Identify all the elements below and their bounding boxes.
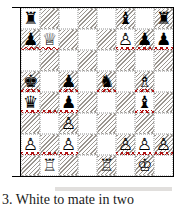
piece-white-rook: ♖: [99, 156, 114, 175]
scan-artifact: [55, 187, 172, 191]
square-g5: ♗: [135, 71, 154, 92]
square-g1: ♔: [135, 155, 154, 176]
square-f6: [116, 50, 135, 71]
piece-white-pawn: ♙: [61, 114, 76, 133]
square-h7: ♟: [154, 29, 173, 50]
piece-black-pawn: ♟: [23, 30, 38, 49]
square-f8: ♝: [116, 8, 135, 29]
square-h5: [154, 71, 173, 92]
square-a4: ♛: [21, 92, 40, 113]
square-f7: ♙: [116, 29, 135, 50]
square-e4: [97, 92, 116, 113]
square-c5: ♟: [59, 71, 78, 92]
piece-white-pawn: ♙: [156, 135, 171, 154]
piece-white-pawn: ♙: [118, 135, 133, 154]
piece-black-bishop: ♝: [137, 93, 152, 112]
square-g8: [135, 8, 154, 29]
square-b5: [40, 71, 59, 92]
piece-white-pawn: ♙: [118, 30, 133, 49]
square-d8: [78, 8, 97, 29]
piece-black-rook: ♜: [23, 9, 38, 28]
square-c8: [59, 8, 78, 29]
square-h4: [154, 92, 173, 113]
square-a5: ♚: [21, 71, 40, 92]
square-f1: [116, 155, 135, 176]
piece-white-pawn: ♙: [137, 135, 152, 154]
square-g3: [135, 113, 154, 134]
piece-black-rook: ♜: [156, 9, 171, 28]
square-g4: ♝: [135, 92, 154, 113]
square-b4: [40, 92, 59, 113]
square-e6: [97, 50, 116, 71]
square-b1: ♖: [40, 155, 59, 176]
square-f5: [116, 71, 135, 92]
piece-white-bishop: ♗: [137, 72, 152, 91]
square-d7: [78, 29, 97, 50]
piece-white-pawn: ♙: [61, 135, 76, 154]
piece-black-queen: ♛: [23, 93, 38, 112]
piece-black-knight: ♞: [99, 72, 114, 91]
square-e8: [97, 8, 116, 29]
square-e7: [97, 29, 116, 50]
square-a1: [21, 155, 40, 176]
puzzle-caption: 3. White to mate in two: [2, 192, 134, 208]
square-g6: [135, 50, 154, 71]
square-b2: [40, 134, 59, 155]
square-d5: [78, 71, 97, 92]
square-a7: ♟: [21, 29, 40, 50]
square-c2: ♙: [59, 134, 78, 155]
square-a2: ♙: [21, 134, 40, 155]
square-c6: [59, 50, 78, 71]
square-d1: [78, 155, 97, 176]
square-e3: [97, 113, 116, 134]
square-d6: [78, 50, 97, 71]
piece-black-bishop: ♝: [118, 9, 133, 28]
square-c1: [59, 155, 78, 176]
square-b8: [40, 8, 59, 29]
square-d2: [78, 134, 97, 155]
square-e2: [97, 134, 116, 155]
square-a6: [21, 50, 40, 71]
square-b6: [40, 50, 59, 71]
square-h6: [154, 50, 173, 71]
square-b3: [40, 113, 59, 134]
square-h3: [154, 113, 173, 134]
square-f3: [116, 113, 135, 134]
square-e5: ♞: [97, 71, 116, 92]
piece-black-pawn: ♟: [61, 72, 76, 91]
piece-black-pawn: ♟: [156, 30, 171, 49]
board: ♜♝♜♟♕♙♟♟♚♟♞♗♛♟♝♙♙♙♙♙♙♖♖♔: [21, 8, 173, 176]
square-h1: [154, 155, 173, 176]
square-g2: ♙: [135, 134, 154, 155]
piece-white-rook: ♖: [42, 156, 57, 175]
piece-white-pawn: ♙: [23, 135, 38, 154]
square-c3: ♙: [59, 113, 78, 134]
piece-black-pawn: ♟: [61, 93, 76, 112]
square-a8: ♜: [21, 8, 40, 29]
square-g7: ♟: [135, 29, 154, 50]
square-c7: [59, 29, 78, 50]
square-a3: [21, 113, 40, 134]
piece-white-king: ♔: [137, 156, 152, 175]
square-e1: ♖: [97, 155, 116, 176]
square-f4: [116, 92, 135, 113]
page: ♜♝♜♟♕♙♟♟♚♟♞♗♛♟♝♙♙♙♙♙♙♖♖♔ 3. White to mat…: [0, 0, 176, 216]
board-frame: ♜♝♜♟♕♙♟♟♚♟♞♗♛♟♝♙♙♙♙♙♙♖♖♔: [20, 7, 174, 177]
piece-white-queen: ♕: [42, 30, 57, 49]
piece-black-king: ♚: [23, 72, 38, 91]
square-h2: ♙: [154, 134, 173, 155]
square-d3: [78, 113, 97, 134]
square-b7: ♕: [40, 29, 59, 50]
square-c4: ♟: [59, 92, 78, 113]
square-f2: ♙: [116, 134, 135, 155]
square-h8: ♜: [154, 8, 173, 29]
piece-black-pawn: ♟: [137, 30, 152, 49]
square-d4: [78, 92, 97, 113]
